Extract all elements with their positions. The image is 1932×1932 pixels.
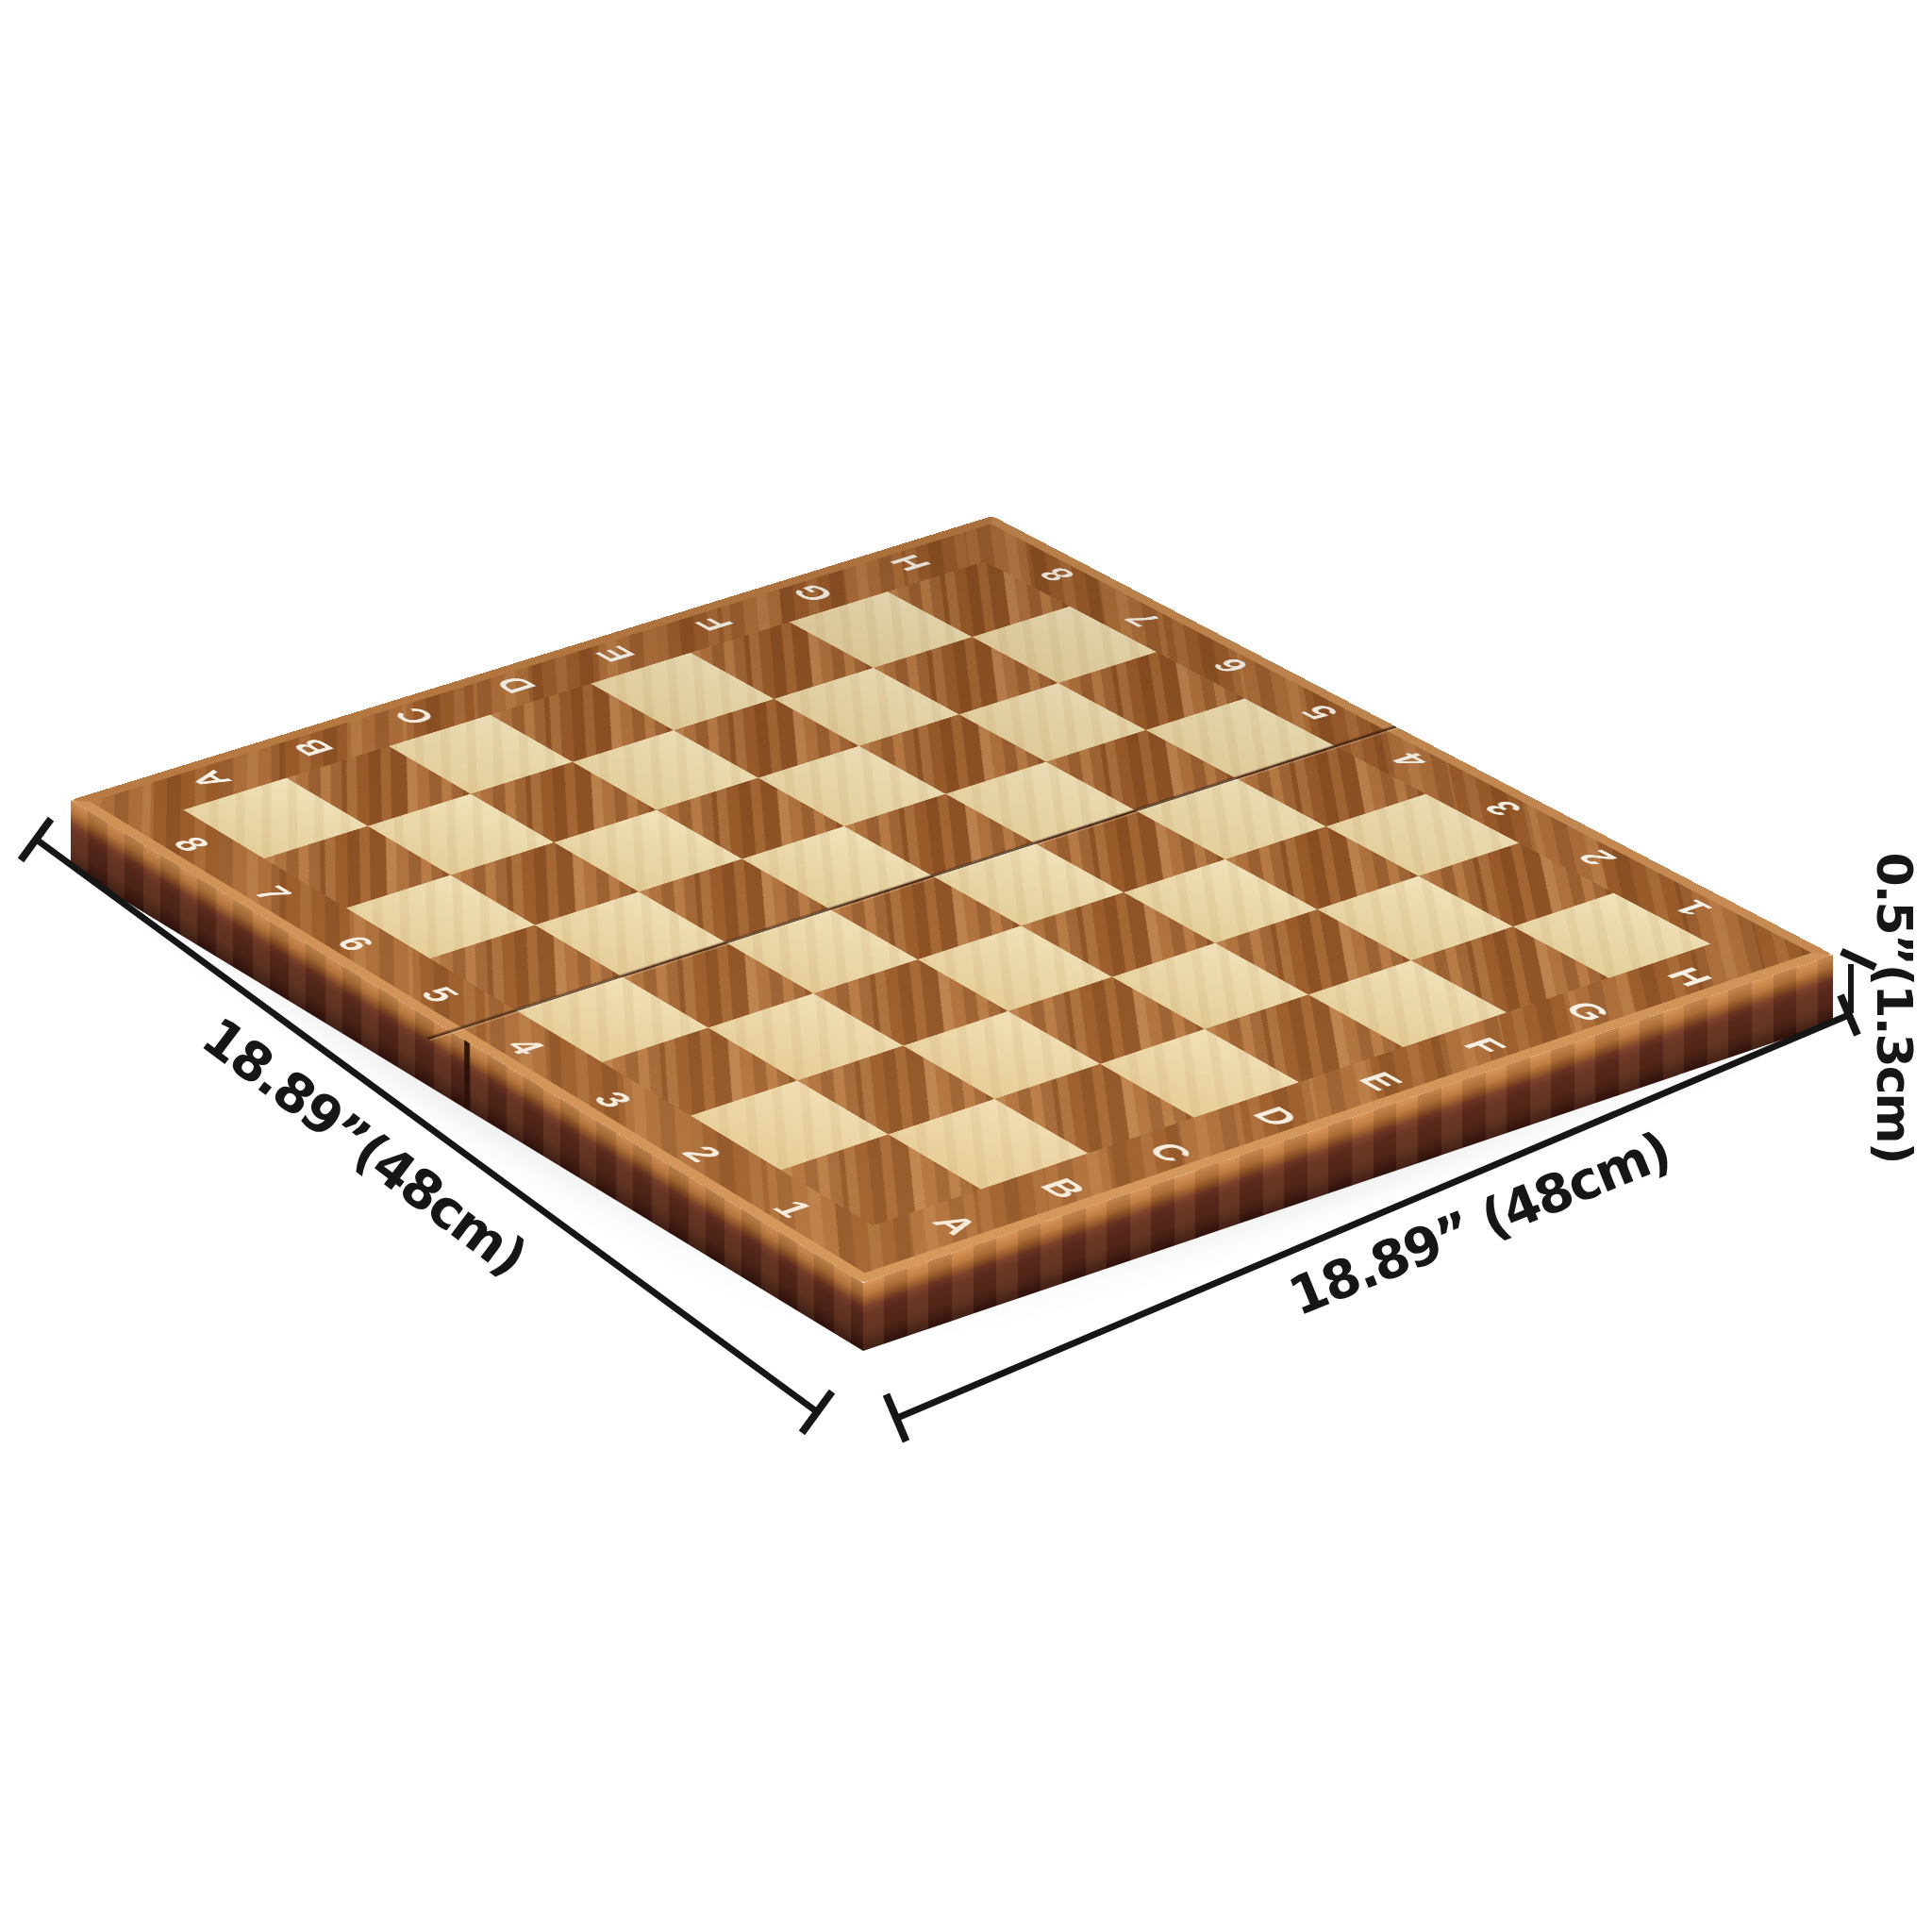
dimension-tick [799,1390,835,1435]
coord-rank-top-2: 2 [1570,847,1624,869]
coord-rank-bottom-5: 5 [412,984,467,1007]
coord-file-right-E: E [1351,1069,1410,1094]
coord-rank-bottom-8: 8 [165,834,218,855]
coord-rank-top-8: 8 [1031,565,1082,585]
coord-rank-bottom-2: 2 [675,1142,730,1166]
coord-rank-bottom-1: 1 [765,1197,822,1221]
coord-file-right-F: F [1456,1034,1513,1058]
chessboard-product-photo: 8877665544332211HHGGFFEEDDCCBBAA 18.89”(… [0,0,1932,1932]
coord-file-left-G: G [784,581,841,604]
dimension-tick [18,817,54,862]
coord-file-left-B: B [285,736,341,759]
coord-file-right-A: A [924,1211,987,1239]
coord-file-right-C: C [1140,1139,1202,1165]
coord-rank-bottom-4: 4 [498,1035,553,1058]
coord-file-right-H: H [1659,964,1721,990]
coord-file-left-A: A [182,768,239,791]
coord-file-left-D: D [487,674,543,696]
coord-rank-top-4: 4 [1384,749,1437,770]
coord-rank-top-1: 1 [1665,897,1720,919]
coord-file-right-G: G [1557,998,1620,1024]
dimension-label-thickness: 0.5”(1.3cm) [1866,853,1923,1163]
coord-file-left-H: H [883,552,939,574]
coord-file-left-E: E [588,643,642,665]
fold-seam-notch [464,1040,470,1110]
coord-file-right-D: D [1245,1104,1307,1130]
dimension-extension-line [1848,964,1854,1013]
coord-rank-top-3: 3 [1476,798,1530,819]
coord-rank-bottom-3: 3 [586,1089,641,1111]
coord-file-left-F: F [688,613,741,634]
coord-file-left-C: C [386,705,442,727]
coord-rank-bottom-6: 6 [328,933,382,955]
coord-rank-top-5: 5 [1293,702,1346,723]
coord-rank-top-7: 7 [1117,609,1169,629]
coord-file-right-B: B [1032,1174,1094,1202]
coord-rank-top-6: 6 [1205,656,1257,675]
coord-rank-bottom-7: 7 [246,883,299,905]
